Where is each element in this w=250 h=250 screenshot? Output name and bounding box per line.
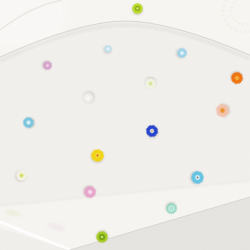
orange-flower-bead	[229, 70, 246, 87]
photo-glass-plate-with-beads	[0, 0, 250, 250]
lime-green-round-bead	[132, 3, 143, 14]
sky-blue-flower-bead	[190, 170, 204, 184]
pink-lavender-flower-bead	[41, 59, 53, 71]
light-blue-flower-bead	[176, 47, 188, 59]
cyan-flower-bead	[21, 115, 36, 130]
mint-spiral-bead	[164, 201, 178, 215]
peach-flower-cluster-bead	[214, 102, 229, 117]
pink-sakura-flower-bead	[82, 184, 98, 200]
beads-layer	[0, 0, 250, 250]
cobalt-blue-flower-bead	[144, 123, 160, 139]
lime-green-patterned-bead	[95, 230, 110, 245]
white-yellow-flower-bead	[13, 167, 29, 183]
white-green-flower-bead	[144, 77, 156, 89]
clear-glass-bead	[80, 90, 97, 107]
pale-blue-flower-bead	[102, 43, 113, 54]
yellow-flower-bead	[89, 147, 104, 162]
